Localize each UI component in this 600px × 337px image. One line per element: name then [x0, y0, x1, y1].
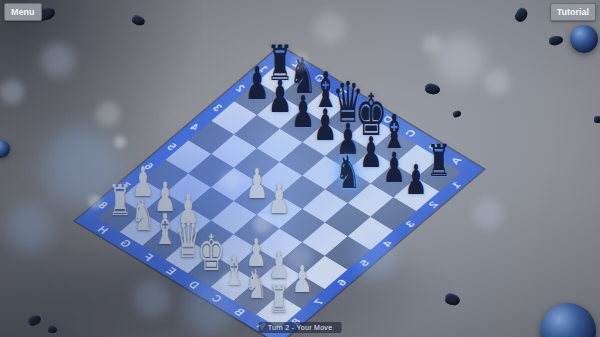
- tutorial-button[interactable]: Tutorial: [550, 3, 596, 21]
- rank-label-4-aside: 4: [381, 239, 395, 248]
- piece-white-p-e5[interactable]: ♟: [245, 164, 268, 205]
- rank-label-5-aside: 5: [358, 258, 372, 267]
- floating-sphere: [0, 140, 10, 158]
- piece-black-n-c3[interactable]: ♞: [335, 149, 360, 194]
- bokeh-light: [114, 136, 126, 148]
- rank-label-6-aside: 6: [335, 278, 349, 287]
- floating-sphere: [540, 303, 596, 337]
- piece-black-r-a1[interactable]: ♜: [427, 139, 451, 183]
- piece-black-p-h2[interactable]: ♟: [244, 61, 269, 106]
- bokeh-light: [436, 36, 484, 84]
- bokeh-light: [422, 34, 442, 54]
- piece-black-p-a2[interactable]: ♟: [405, 161, 428, 202]
- rank-label-2-aside: 2: [426, 200, 440, 209]
- floating-sphere: [570, 25, 598, 53]
- bokeh-light: [0, 80, 24, 104]
- floating-debris: [424, 83, 441, 95]
- piece-white-r-a8[interactable]: ♜: [269, 281, 290, 319]
- piece-black-p-b2[interactable]: ♟: [382, 146, 405, 188]
- floating-debris: [548, 35, 563, 46]
- game-scene: AABBCCDDEEFFGGHH1122334455667788 ♜♝♚♛♝♞♜…: [0, 0, 600, 337]
- piece-white-r-h8[interactable]: ♜: [108, 181, 131, 223]
- bokeh-light: [41, 43, 75, 77]
- menu-button[interactable]: Menu: [4, 3, 42, 21]
- piece-white-p-a7[interactable]: ♟: [292, 262, 313, 299]
- bokeh-light: [484, 69, 510, 95]
- piece-black-p-e2[interactable]: ♟: [313, 104, 337, 148]
- rank-label-7-aside: 7: [312, 297, 326, 306]
- bokeh-light: [314, 12, 346, 44]
- piece-black-p-c2[interactable]: ♟: [359, 132, 383, 174]
- piece-black-p-g2[interactable]: ♟: [267, 75, 292, 120]
- piece-black-p-f2[interactable]: ♟: [290, 89, 315, 133]
- piece-white-k-d8[interactable]: ♚: [197, 229, 225, 279]
- piece-white-p-d5[interactable]: ♟: [268, 179, 290, 219]
- floating-debris: [594, 116, 600, 123]
- file-label-b-near: B: [232, 307, 247, 318]
- piece-white-n-b8[interactable]: ♞: [245, 265, 267, 305]
- piece-white-b-c8[interactable]: ♝: [222, 251, 245, 292]
- rank-label-3-aside: 3: [403, 219, 417, 228]
- turn-indicator: Turn 2 - Your Move: [259, 322, 342, 333]
- floating-debris: [131, 14, 146, 27]
- floating-debris: [513, 6, 530, 24]
- floating-debris: [452, 110, 462, 118]
- piece-white-n-g8[interactable]: ♞: [131, 194, 155, 237]
- bokeh-light: [473, 199, 503, 229]
- bokeh-light: [96, 102, 120, 126]
